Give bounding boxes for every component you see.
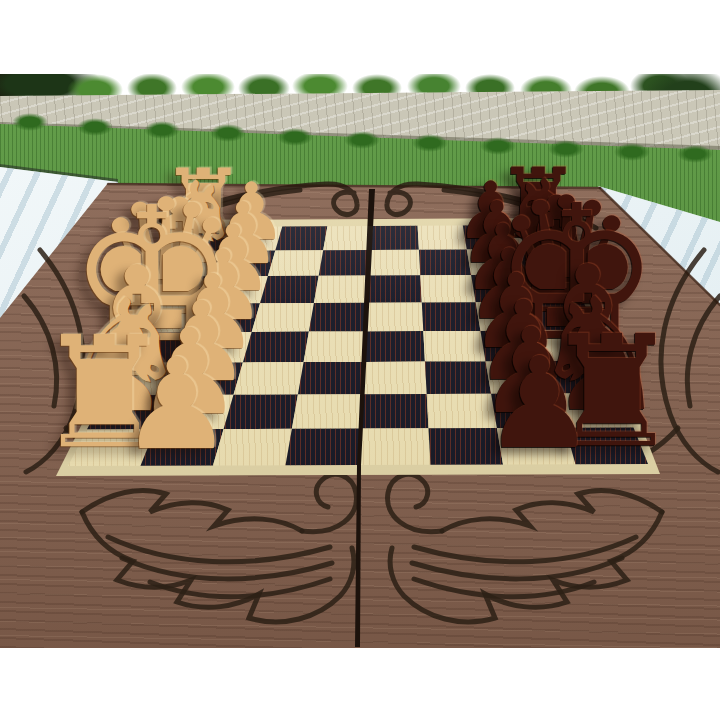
- pawn-glyph: ♟: [483, 344, 596, 464]
- piece-white-pawn-h2: ♟: [120, 345, 233, 465]
- chess-board: ♜♜♟♟♞♞♟♟♝♝♟♟♛♛♟♟♚♚♟♟♝♝♟♟♞♞♟♟♜♜♟♟: [0, 0, 720, 720]
- outdoor-chess-set-photo: ♜♜♟♟♞♞♟♟♝♝♟♟♛♛♟♟♚♚♟♟♝♝♟♟♞♞♟♟♜♜♟♟: [0, 0, 720, 720]
- piece-black-pawn-h7: ♟: [483, 344, 596, 464]
- pawn-glyph: ♟: [120, 345, 233, 465]
- white-foreground: [0, 0, 720, 74]
